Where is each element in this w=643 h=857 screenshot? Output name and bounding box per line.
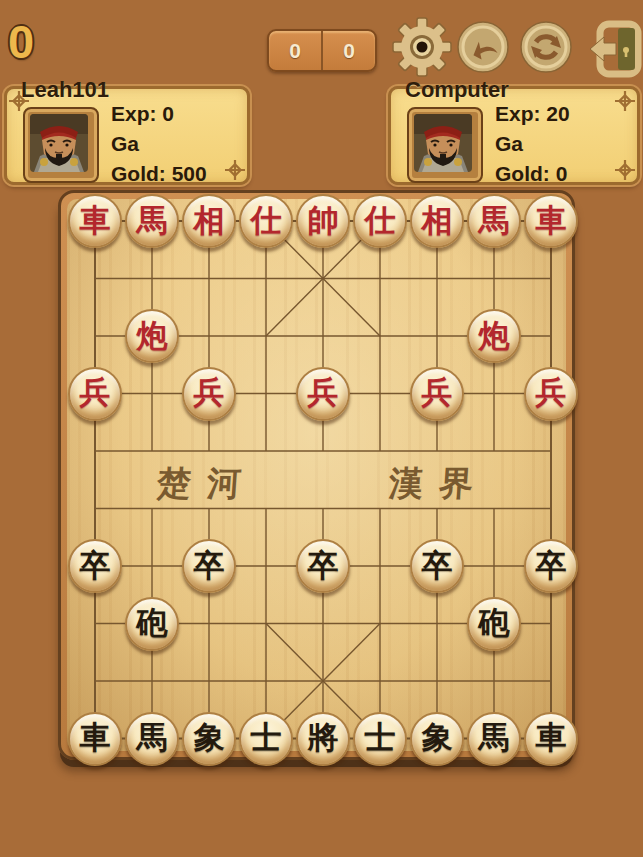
piece-character: 砲 — [479, 607, 510, 638]
piece-red-advisor[interactable]: 仕 — [353, 194, 407, 248]
piece-character: 兵 — [308, 377, 339, 408]
piece-red-soldier[interactable]: 兵 — [182, 367, 236, 421]
corner-ornament-icon — [615, 91, 635, 111]
piece-character: 馬 — [479, 205, 510, 236]
player-panel-right: Computer Exp: 20 Ga Gold: 0 — [388, 86, 640, 185]
general-portrait-icon — [30, 114, 88, 172]
score-right-value: 0 — [323, 31, 375, 70]
piece-character: 炮 — [479, 320, 510, 351]
piece-character: 仕 — [251, 205, 282, 236]
player-name-right: Computer — [405, 77, 509, 103]
piece-black-soldier[interactable]: 卒 — [296, 539, 350, 593]
piece-red-general[interactable]: 帥 — [296, 194, 350, 248]
score-left-value: 0 — [269, 31, 323, 70]
piece-red-chariot[interactable]: 車 — [524, 194, 578, 248]
piece-character: 車 — [80, 722, 111, 753]
piece-red-soldier[interactable]: 兵 — [410, 367, 464, 421]
settings-button[interactable] — [392, 16, 452, 78]
gear-icon — [392, 16, 452, 78]
piece-character: 相 — [422, 205, 453, 236]
piece-red-elephant[interactable]: 相 — [410, 194, 464, 248]
ga-label: Ga — [495, 129, 570, 159]
piece-red-elephant[interactable]: 相 — [182, 194, 236, 248]
piece-red-horse[interactable]: 馬 — [467, 194, 521, 248]
piece-character: 士 — [365, 722, 396, 753]
coin-counter: 0 — [8, 14, 34, 69]
piece-red-soldier[interactable]: 兵 — [524, 367, 578, 421]
player-avatar-left — [23, 107, 99, 183]
player-name-left: Leah101 — [21, 77, 109, 103]
piece-character: 相 — [194, 205, 225, 236]
piece-character: 車 — [536, 205, 567, 236]
piece-black-horse[interactable]: 馬 — [125, 712, 179, 766]
piece-red-soldier[interactable]: 兵 — [296, 367, 350, 421]
piece-black-chariot[interactable]: 車 — [524, 712, 578, 766]
piece-character: 兵 — [194, 377, 225, 408]
piece-character: 象 — [422, 722, 453, 753]
piece-character: 兵 — [422, 377, 453, 408]
piece-character: 仕 — [365, 205, 396, 236]
piece-black-cannon[interactable]: 砲 — [467, 597, 521, 651]
piece-black-elephant[interactable]: 象 — [182, 712, 236, 766]
score-box: 0 0 — [267, 29, 377, 72]
piece-black-elephant[interactable]: 象 — [410, 712, 464, 766]
gold-value: Gold: 0 — [495, 159, 570, 189]
piece-character: 車 — [536, 722, 567, 753]
general-portrait-icon — [414, 114, 472, 172]
piece-character: 士 — [251, 722, 282, 753]
piece-black-general[interactable]: 將 — [296, 712, 350, 766]
gold-value: Gold: 500 — [111, 159, 207, 189]
piece-character: 卒 — [308, 550, 339, 581]
player-stats-right: Exp: 20 Ga Gold: 0 — [495, 99, 570, 189]
player-avatar-right — [407, 107, 483, 183]
piece-character: 象 — [194, 722, 225, 753]
corner-ornament-icon — [225, 160, 245, 180]
undo-arrow-icon — [456, 20, 510, 74]
piece-character: 兵 — [80, 377, 111, 408]
player-panel-left: Leah101 Exp: 0 Ga Gold: 500 — [4, 86, 250, 185]
player-stats-left: Exp: 0 Ga Gold: 500 — [111, 99, 207, 189]
piece-character: 卒 — [422, 550, 453, 581]
piece-red-chariot[interactable]: 車 — [68, 194, 122, 248]
exp-value: Exp: 20 — [495, 99, 570, 129]
piece-black-soldier[interactable]: 卒 — [182, 539, 236, 593]
piece-character: 卒 — [536, 550, 567, 581]
exit-door-icon — [588, 20, 642, 78]
piece-character: 砲 — [137, 607, 168, 638]
piece-black-soldier[interactable]: 卒 — [410, 539, 464, 593]
piece-black-soldier[interactable]: 卒 — [524, 539, 578, 593]
corner-ornament-icon — [615, 160, 635, 180]
piece-character: 兵 — [536, 377, 567, 408]
piece-character: 將 — [308, 722, 339, 753]
piece-red-soldier[interactable]: 兵 — [68, 367, 122, 421]
piece-black-soldier[interactable]: 卒 — [68, 539, 122, 593]
restart-arrows-icon — [519, 20, 573, 74]
board-grid — [67, 199, 566, 751]
board-surface[interactable]: 楚河 漢界 車馬相仕帥仕相馬車炮炮兵兵兵兵兵卒卒卒卒卒砲砲車馬象士將士象馬車 — [67, 199, 566, 751]
exit-button[interactable] — [588, 20, 642, 78]
piece-black-cannon[interactable]: 砲 — [125, 597, 179, 651]
piece-character: 馬 — [137, 205, 168, 236]
exp-value: Exp: 0 — [111, 99, 207, 129]
piece-red-advisor[interactable]: 仕 — [239, 194, 293, 248]
xiangqi-board[interactable]: 楚河 漢界 車馬相仕帥仕相馬車炮炮兵兵兵兵兵卒卒卒卒卒砲砲車馬象士將士象馬車 — [58, 190, 575, 760]
piece-character: 卒 — [80, 550, 111, 581]
restart-button[interactable] — [519, 20, 573, 74]
piece-black-chariot[interactable]: 車 — [68, 712, 122, 766]
piece-character: 卒 — [194, 550, 225, 581]
ga-label: Ga — [111, 129, 207, 159]
piece-character: 炮 — [137, 320, 168, 351]
piece-red-cannon[interactable]: 炮 — [467, 309, 521, 363]
piece-red-horse[interactable]: 馬 — [125, 194, 179, 248]
piece-red-cannon[interactable]: 炮 — [125, 309, 179, 363]
undo-button[interactable] — [456, 20, 510, 74]
piece-character: 馬 — [479, 722, 510, 753]
piece-character: 車 — [80, 205, 111, 236]
piece-black-advisor[interactable]: 士 — [353, 712, 407, 766]
piece-character: 馬 — [137, 722, 168, 753]
piece-black-horse[interactable]: 馬 — [467, 712, 521, 766]
piece-black-advisor[interactable]: 士 — [239, 712, 293, 766]
piece-character: 帥 — [308, 205, 339, 236]
